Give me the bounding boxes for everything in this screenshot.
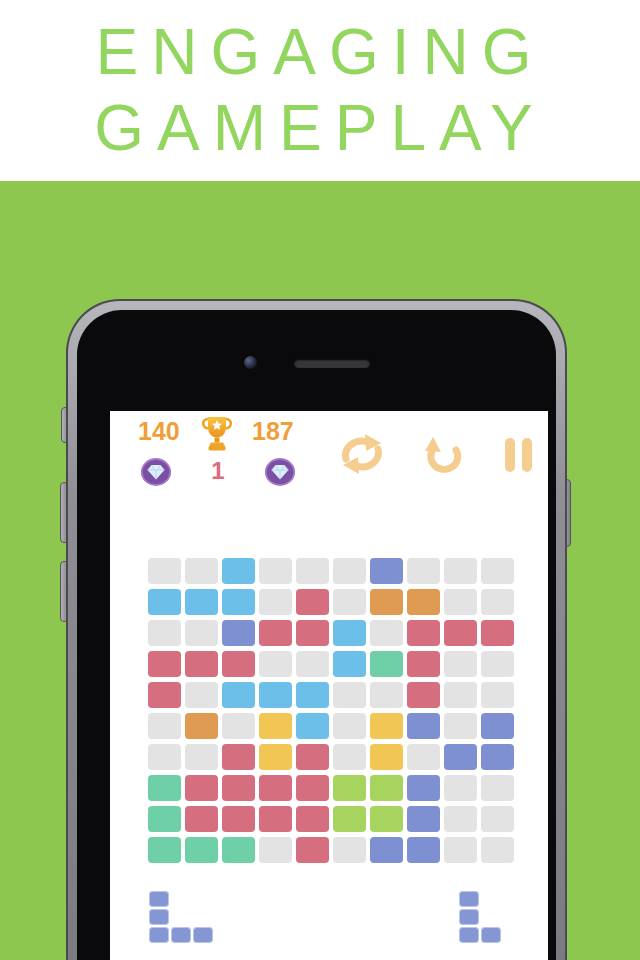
board-cell-empty xyxy=(148,744,181,770)
board-cell-empty xyxy=(444,775,477,801)
pause-bar xyxy=(505,438,515,472)
board-cell-empty xyxy=(370,620,403,646)
board-cell-rose-red xyxy=(185,775,218,801)
board-cell-rose-red xyxy=(148,682,181,708)
piece-cell xyxy=(193,927,213,943)
piece-cell xyxy=(481,927,501,943)
board-cell-empty xyxy=(148,620,181,646)
board-cell-periwinkle-blue xyxy=(407,775,440,801)
diamond-icon[interactable] xyxy=(140,457,172,487)
board-cell-sky-blue xyxy=(333,620,366,646)
board-cell-yellow xyxy=(370,744,403,770)
best-score: 187 xyxy=(252,417,294,446)
board-cell-rose-red xyxy=(185,806,218,832)
board-cell-yellow xyxy=(259,744,292,770)
board-cell-sky-blue xyxy=(222,558,255,584)
board-cell-empty xyxy=(185,620,218,646)
board-cell-empty xyxy=(259,558,292,584)
board-cell-empty xyxy=(444,589,477,615)
board-cell-empty xyxy=(296,651,329,677)
pause-icon[interactable] xyxy=(505,438,533,472)
board-cell-lime-green xyxy=(333,775,366,801)
board-cell-empty xyxy=(333,713,366,739)
board-cell-empty xyxy=(185,682,218,708)
board-cell-rose-red xyxy=(222,806,255,832)
piece-cell-empty xyxy=(481,909,501,925)
board-cell-empty xyxy=(148,713,181,739)
board-cell-empty xyxy=(407,744,440,770)
board-cell-lime-green xyxy=(370,775,403,801)
board-cell-orange xyxy=(370,589,403,615)
board-cell-empty xyxy=(444,682,477,708)
board-cell-mint-green xyxy=(222,837,255,863)
board-cell-yellow xyxy=(370,713,403,739)
board-cell-empty xyxy=(333,589,366,615)
board-cell-mint-green xyxy=(185,837,218,863)
board-cell-periwinkle-blue xyxy=(481,713,514,739)
board-cell-mint-green xyxy=(148,806,181,832)
board-cell-sky-blue xyxy=(296,682,329,708)
board-cell-lime-green xyxy=(333,806,366,832)
banner-title-line1: ENGAGING xyxy=(0,14,640,90)
board-cell-empty xyxy=(481,775,514,801)
board-cell-rose-red xyxy=(222,775,255,801)
current-score: 140 xyxy=(138,417,180,446)
piece-cell xyxy=(171,927,191,943)
board-cell-rose-red xyxy=(185,651,218,677)
board-cell-periwinkle-blue xyxy=(444,744,477,770)
board-cell-empty xyxy=(444,837,477,863)
board-cell-empty xyxy=(481,558,514,584)
board-cell-empty xyxy=(444,558,477,584)
board-cell-periwinkle-blue xyxy=(481,744,514,770)
board-cell-rose-red xyxy=(296,589,329,615)
board-cell-empty xyxy=(259,837,292,863)
banner-title-line2: GAMEPLAY xyxy=(0,90,640,166)
board-cell-periwinkle-blue xyxy=(407,806,440,832)
board-cell-empty xyxy=(148,558,181,584)
board-cell-sky-blue xyxy=(333,651,366,677)
game-screen: 140 187 1 xyxy=(110,411,548,960)
piece-cell-empty xyxy=(481,891,501,907)
board-cell-rose-red xyxy=(481,620,514,646)
board-cell-sky-blue xyxy=(222,682,255,708)
board-cell-sky-blue xyxy=(296,713,329,739)
banner: ENGAGING GAMEPLAY xyxy=(0,0,640,181)
board-cell-empty xyxy=(333,682,366,708)
undo-icon[interactable] xyxy=(420,436,464,476)
pause-bar xyxy=(522,438,532,472)
piece-cell-empty xyxy=(193,909,213,925)
board-cell-empty xyxy=(222,713,255,739)
next-piece-left[interactable] xyxy=(149,891,213,943)
board-cell-empty xyxy=(185,744,218,770)
phone-mockup: 140 187 1 xyxy=(66,299,567,960)
board-cell-rose-red xyxy=(444,620,477,646)
board-cell-empty xyxy=(444,651,477,677)
board-cell-empty xyxy=(444,806,477,832)
piece-cell-empty xyxy=(193,891,213,907)
board-cell-empty xyxy=(259,589,292,615)
board-cell-rose-red xyxy=(259,806,292,832)
board-cell-empty xyxy=(407,558,440,584)
board-cell-empty xyxy=(185,558,218,584)
next-piece-right[interactable] xyxy=(459,891,501,943)
board-cell-empty xyxy=(333,837,366,863)
board-cell-lime-green xyxy=(370,806,403,832)
board-cell-rose-red xyxy=(259,620,292,646)
board-cell-orange xyxy=(407,589,440,615)
piece-cell xyxy=(459,909,479,925)
piece-cell xyxy=(149,909,169,925)
board-cell-empty xyxy=(481,682,514,708)
puzzle-board[interactable] xyxy=(148,558,514,863)
board-cell-yellow xyxy=(259,713,292,739)
piece-cell xyxy=(459,927,479,943)
board-cell-mint-green xyxy=(148,775,181,801)
trophy-icon xyxy=(198,413,236,453)
board-cell-empty xyxy=(296,558,329,584)
board-cell-orange xyxy=(185,713,218,739)
board-cell-rose-red xyxy=(407,651,440,677)
board-cell-empty xyxy=(333,744,366,770)
piece-cell-empty xyxy=(171,909,191,925)
board-cell-sky-blue xyxy=(148,589,181,615)
board-cell-empty xyxy=(370,682,403,708)
earpiece-speaker xyxy=(294,359,370,368)
piece-cell xyxy=(459,891,479,907)
board-cell-rose-red xyxy=(296,806,329,832)
board-cell-sky-blue xyxy=(185,589,218,615)
board-cell-rose-red xyxy=(259,775,292,801)
refresh-icon[interactable] xyxy=(336,432,388,476)
board-cell-mint-green xyxy=(148,837,181,863)
board-cell-rose-red xyxy=(222,651,255,677)
board-cell-empty xyxy=(481,837,514,863)
front-camera-icon xyxy=(244,356,257,369)
board-cell-periwinkle-blue xyxy=(370,837,403,863)
piece-cell xyxy=(149,927,169,943)
diamond-icon[interactable] xyxy=(264,457,296,487)
board-cell-rose-red xyxy=(407,682,440,708)
board-cell-empty xyxy=(481,651,514,677)
board-cell-empty xyxy=(259,651,292,677)
board-cell-rose-red xyxy=(148,651,181,677)
board-cell-rose-red xyxy=(296,775,329,801)
board-cell-rose-red xyxy=(296,620,329,646)
board-cell-periwinkle-blue xyxy=(407,713,440,739)
board-cell-empty xyxy=(444,713,477,739)
booster-count: 1 xyxy=(203,457,233,485)
piece-cell-empty xyxy=(171,891,191,907)
board-cell-rose-red xyxy=(222,744,255,770)
board-cell-sky-blue xyxy=(222,589,255,615)
board-cell-periwinkle-blue xyxy=(407,837,440,863)
board-cell-rose-red xyxy=(296,744,329,770)
board-cell-sky-blue xyxy=(259,682,292,708)
board-cell-periwinkle-blue xyxy=(370,558,403,584)
board-cell-periwinkle-blue xyxy=(222,620,255,646)
phone-bezel: 140 187 1 xyxy=(77,310,556,960)
board-cell-empty xyxy=(333,558,366,584)
piece-cell xyxy=(149,891,169,907)
board-cell-mint-green xyxy=(370,651,403,677)
board-cell-empty xyxy=(481,806,514,832)
board-cell-rose-red xyxy=(296,837,329,863)
board-cell-rose-red xyxy=(407,620,440,646)
board-cell-empty xyxy=(481,589,514,615)
